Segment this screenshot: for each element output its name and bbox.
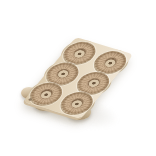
product-photo <box>0 0 156 156</box>
cavity-center-post <box>39 89 53 99</box>
cavity-center-post <box>70 99 84 109</box>
cavity-center-post <box>56 69 70 79</box>
cavity-center-post <box>103 58 117 68</box>
cavity-center-post <box>72 49 86 59</box>
cavity-center-post <box>86 78 100 88</box>
